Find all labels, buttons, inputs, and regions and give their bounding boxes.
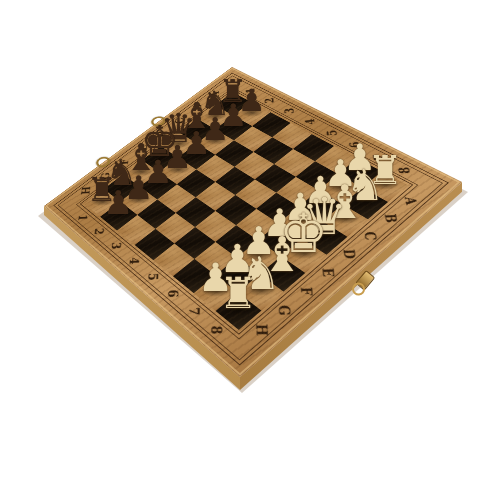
- photo-canvas: 11AA22BB33CC44DD55EE66FF77GG88HH ♜♞♝♛♚♝♞…: [0, 0, 480, 480]
- pieces-layer: ♜♞♝♛♚♝♞♜♟♟♟♟♟♟♟♟♟♟♟♟♟♟♟♟♜♞♝♛♚♝♞♜: [0, 0, 480, 480]
- piece-light-rook-h8[interactable]: ♜: [217, 272, 260, 315]
- piece-dark-pawn-h2[interactable]: ♟: [102, 187, 135, 220]
